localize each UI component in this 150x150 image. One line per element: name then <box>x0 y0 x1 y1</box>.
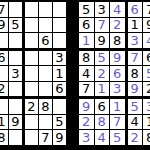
solution-cell-r2c3: 2 <box>110 18 128 34</box>
puzzle-cell-r7c8: 8 <box>39 99 53 115</box>
puzzle-cell-r6c8 <box>39 82 53 100</box>
puzzle-cell-r2c9 <box>53 18 70 34</box>
puzzle-cell-r2c8 <box>39 18 53 34</box>
solution-cell-r9c2: 4 <box>95 130 111 149</box>
solution-cell-r9c5: 8 <box>143 130 150 149</box>
solution-cell-r7c2: 6 <box>95 99 111 115</box>
solution-cell-r8c5: 1 <box>143 115 150 131</box>
puzzle-cell-r8c7 <box>25 115 39 131</box>
puzzle-row-1: 7 <box>0 2 70 18</box>
solution-cell-r1c2: 3 <box>95 2 111 18</box>
puzzle-cell-r1c9 <box>53 2 70 18</box>
solution-cell-r5c2: 2 <box>95 66 111 82</box>
solution-cell-r1c4: 6 <box>128 2 144 18</box>
puzzle-cell-r8c5: 1 <box>0 115 9 131</box>
solution-cell-r3c1: 1 <box>79 33 95 51</box>
puzzle-cell-r7c9 <box>53 99 70 115</box>
solution-cell-r6c2: 1 <box>95 82 111 100</box>
solution-row-2: 67219 <box>79 18 150 34</box>
solution-cell-r4c5: 6 <box>143 51 150 67</box>
puzzle-row-8: 195 <box>0 115 70 131</box>
puzzle-cell-r6c5: 2 <box>0 82 9 100</box>
puzzle-cell-r5c8 <box>39 66 53 82</box>
puzzle-cell-r6c7 <box>25 82 39 100</box>
solution-cell-r2c5: 9 <box>143 18 150 34</box>
puzzle-cell-r3c9 <box>53 33 70 51</box>
solution-cell-r4c2: 5 <box>95 51 111 67</box>
puzzle-cell-r3c5 <box>0 33 9 51</box>
solution-cell-r7c4: 5 <box>128 99 144 115</box>
solution-cell-r9c1: 3 <box>79 130 95 149</box>
solution-cell-r6c1: 7 <box>79 82 95 100</box>
solution-cell-r9c3: 5 <box>110 130 128 149</box>
puzzle-cell-r7c5 <box>0 99 9 115</box>
solution-cell-r7c5: 3 <box>143 99 150 115</box>
puzzle-cell-r6c9: 6 <box>53 82 70 100</box>
puzzle-cell-r5c6: 3 <box>9 66 25 82</box>
puzzle-cell-r4c5: 6 <box>0 51 9 67</box>
solution-cell-r3c2: 9 <box>95 33 111 51</box>
puzzle-cell-r1c8 <box>39 2 53 18</box>
solution-cell-r8c2: 8 <box>95 115 111 131</box>
puzzle-cell-r5c9: 1 <box>53 66 70 82</box>
solution-grid: 5346767219198348597642685713929615328741… <box>75 0 150 149</box>
solution-row-3: 19834 <box>79 33 150 51</box>
puzzle-grid: 795663312628195879 <box>0 0 70 149</box>
solution-cell-r2c1: 6 <box>79 18 95 34</box>
puzzle-cell-r4c9: 3 <box>53 51 70 67</box>
solution-cell-r5c4: 8 <box>128 66 144 82</box>
solution-cell-r4c3: 9 <box>110 51 128 67</box>
solution-row-8: 28741 <box>79 115 150 131</box>
puzzle-cell-r1c5: 7 <box>0 2 9 18</box>
solution-cell-r7c1: 9 <box>79 99 95 115</box>
solution-cell-r9c4: 2 <box>128 130 144 149</box>
puzzle-row-4: 63 <box>0 51 70 67</box>
puzzle-cell-r8c6: 9 <box>9 115 25 131</box>
solution-cell-r5c5: 5 <box>143 66 150 82</box>
puzzle-cell-r7c6 <box>9 99 25 115</box>
puzzle-cell-r3c8: 6 <box>39 33 53 51</box>
puzzle-row-3: 6 <box>0 33 70 51</box>
solution-cell-r6c4: 9 <box>128 82 144 100</box>
solution-cell-r4c4: 7 <box>128 51 144 67</box>
puzzle-cell-r9c7 <box>25 130 39 149</box>
puzzle-cell-r1c7 <box>25 2 39 18</box>
solution-cell-r5c3: 6 <box>110 66 128 82</box>
puzzle-cell-r5c7 <box>25 66 39 82</box>
puzzle-cell-r2c5: 9 <box>0 18 9 34</box>
puzzle-row-2: 95 <box>0 18 70 34</box>
puzzle-cell-r3c6 <box>9 33 25 51</box>
solution-cell-r5c1: 4 <box>79 66 95 82</box>
puzzle-cell-r9c9: 9 <box>53 130 70 149</box>
solution-cell-r2c2: 7 <box>95 18 111 34</box>
puzzle-cell-r4c7 <box>25 51 39 67</box>
solution-cell-r3c5: 4 <box>143 33 150 51</box>
solution-cell-r3c4: 3 <box>128 33 144 51</box>
puzzle-cell-r9c5: 8 <box>0 130 9 149</box>
solution-cell-r4c1: 8 <box>79 51 95 67</box>
solution-cell-r3c3: 8 <box>110 33 128 51</box>
solution-cell-r1c5: 7 <box>143 2 150 18</box>
solution-cell-r7c3: 1 <box>110 99 128 115</box>
puzzle-cell-r6c6 <box>9 82 25 100</box>
solution-row-7: 96153 <box>79 99 150 115</box>
puzzle-row-9: 879 <box>0 130 70 149</box>
puzzle-row-7: 28 <box>0 99 70 115</box>
solution-cell-r1c1: 5 <box>79 2 95 18</box>
solution-cell-r6c3: 3 <box>110 82 128 100</box>
sudoku-montage: 795663312628195879 534676721919834859764… <box>0 0 150 150</box>
solution-cell-r6c5: 2 <box>143 82 150 100</box>
solution-cell-r1c3: 4 <box>110 2 128 18</box>
solution-row-1: 53467 <box>79 2 150 18</box>
solution-cell-r8c4: 4 <box>128 115 144 131</box>
puzzle-cell-r5c5 <box>0 66 9 82</box>
solution-row-4: 85976 <box>79 51 150 67</box>
puzzle-cell-r2c7 <box>25 18 39 34</box>
puzzle-cell-r2c6: 5 <box>9 18 25 34</box>
puzzle-cell-r4c6 <box>9 51 25 67</box>
puzzle-cell-r9c8: 7 <box>39 130 53 149</box>
solution-row-6: 71392 <box>79 82 150 100</box>
puzzle-row-6: 26 <box>0 82 70 100</box>
puzzle-cell-r8c8 <box>39 115 53 131</box>
puzzle-cell-r8c9: 5 <box>53 115 70 131</box>
puzzle-cell-r3c7 <box>25 33 39 51</box>
puzzle-cell-r7c7: 2 <box>25 99 39 115</box>
solution-cell-r8c3: 7 <box>110 115 128 131</box>
puzzle-row-5: 31 <box>0 66 70 82</box>
solution-cell-r2c4: 1 <box>128 18 144 34</box>
solution-cell-r8c1: 2 <box>79 115 95 131</box>
solution-row-5: 42685 <box>79 66 150 82</box>
solution-row-9: 34528 <box>79 130 150 149</box>
puzzle-cell-r1c6 <box>9 2 25 18</box>
puzzle-cell-r9c6 <box>9 130 25 149</box>
puzzle-cell-r4c8 <box>39 51 53 67</box>
